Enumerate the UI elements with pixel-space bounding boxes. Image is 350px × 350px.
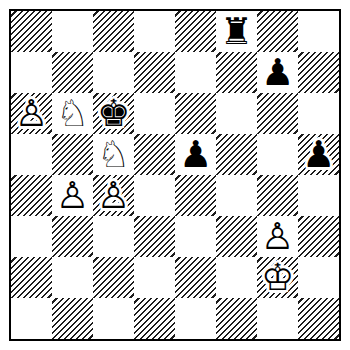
square-b6[interactable]: ♘ — [52, 93, 93, 134]
square-d7[interactable] — [134, 52, 175, 93]
square-c8[interactable] — [93, 11, 134, 52]
square-g6[interactable] — [257, 93, 298, 134]
square-f4[interactable] — [216, 175, 257, 216]
square-d3[interactable] — [134, 216, 175, 257]
square-c7[interactable] — [93, 52, 134, 93]
square-h7[interactable] — [298, 52, 339, 93]
square-a5[interactable] — [11, 134, 52, 175]
white-pawn[interactable]: ♙ — [97, 175, 130, 216]
white-knight[interactable]: ♘ — [97, 134, 130, 175]
square-d5[interactable] — [134, 134, 175, 175]
chess-diagram: ♜♟♙♘♚♘♟♟♙♙♙♔ — [0, 0, 350, 350]
square-g7[interactable]: ♟ — [257, 52, 298, 93]
chess-board: ♜♟♙♘♚♘♟♟♙♙♙♔ — [9, 9, 341, 341]
black-pawn[interactable]: ♟ — [179, 134, 212, 175]
square-g1[interactable] — [257, 298, 298, 339]
white-king[interactable]: ♔ — [261, 257, 294, 298]
square-e5[interactable]: ♟ — [175, 134, 216, 175]
square-b4[interactable]: ♙ — [52, 175, 93, 216]
square-a8[interactable] — [11, 11, 52, 52]
square-f6[interactable] — [216, 93, 257, 134]
square-a4[interactable] — [11, 175, 52, 216]
square-b7[interactable] — [52, 52, 93, 93]
square-e8[interactable] — [175, 11, 216, 52]
square-c3[interactable] — [93, 216, 134, 257]
white-knight[interactable]: ♘ — [56, 93, 89, 134]
square-d6[interactable] — [134, 93, 175, 134]
square-h5[interactable]: ♟ — [298, 134, 339, 175]
square-b8[interactable] — [52, 11, 93, 52]
white-pawn[interactable]: ♙ — [15, 93, 48, 134]
black-rook[interactable]: ♜ — [220, 11, 253, 52]
square-f5[interactable] — [216, 134, 257, 175]
square-g8[interactable] — [257, 11, 298, 52]
square-d2[interactable] — [134, 257, 175, 298]
square-a2[interactable] — [11, 257, 52, 298]
square-d8[interactable] — [134, 11, 175, 52]
square-f7[interactable] — [216, 52, 257, 93]
square-c5[interactable]: ♘ — [93, 134, 134, 175]
square-d4[interactable] — [134, 175, 175, 216]
square-a6[interactable]: ♙ — [11, 93, 52, 134]
square-e1[interactable] — [175, 298, 216, 339]
square-e3[interactable] — [175, 216, 216, 257]
square-b3[interactable] — [52, 216, 93, 257]
square-h2[interactable] — [298, 257, 339, 298]
square-f8[interactable]: ♜ — [216, 11, 257, 52]
square-c4[interactable]: ♙ — [93, 175, 134, 216]
square-f2[interactable] — [216, 257, 257, 298]
black-pawn[interactable]: ♟ — [302, 134, 335, 175]
square-a7[interactable] — [11, 52, 52, 93]
black-king[interactable]: ♚ — [97, 93, 130, 134]
square-b5[interactable] — [52, 134, 93, 175]
square-e4[interactable] — [175, 175, 216, 216]
square-f3[interactable] — [216, 216, 257, 257]
square-b2[interactable] — [52, 257, 93, 298]
square-f1[interactable] — [216, 298, 257, 339]
square-d1[interactable] — [134, 298, 175, 339]
square-h8[interactable] — [298, 11, 339, 52]
square-h1[interactable] — [298, 298, 339, 339]
square-h4[interactable] — [298, 175, 339, 216]
square-a3[interactable] — [11, 216, 52, 257]
square-a1[interactable] — [11, 298, 52, 339]
square-c1[interactable] — [93, 298, 134, 339]
square-g3[interactable]: ♙ — [257, 216, 298, 257]
square-c2[interactable] — [93, 257, 134, 298]
black-pawn[interactable]: ♟ — [261, 52, 294, 93]
square-c6[interactable]: ♚ — [93, 93, 134, 134]
square-h6[interactable] — [298, 93, 339, 134]
square-e7[interactable] — [175, 52, 216, 93]
square-b1[interactable] — [52, 298, 93, 339]
square-e2[interactable] — [175, 257, 216, 298]
square-h3[interactable] — [298, 216, 339, 257]
white-pawn[interactable]: ♙ — [261, 216, 294, 257]
square-g5[interactable] — [257, 134, 298, 175]
square-g4[interactable] — [257, 175, 298, 216]
square-g2[interactable]: ♔ — [257, 257, 298, 298]
square-e6[interactable] — [175, 93, 216, 134]
white-pawn[interactable]: ♙ — [56, 175, 89, 216]
